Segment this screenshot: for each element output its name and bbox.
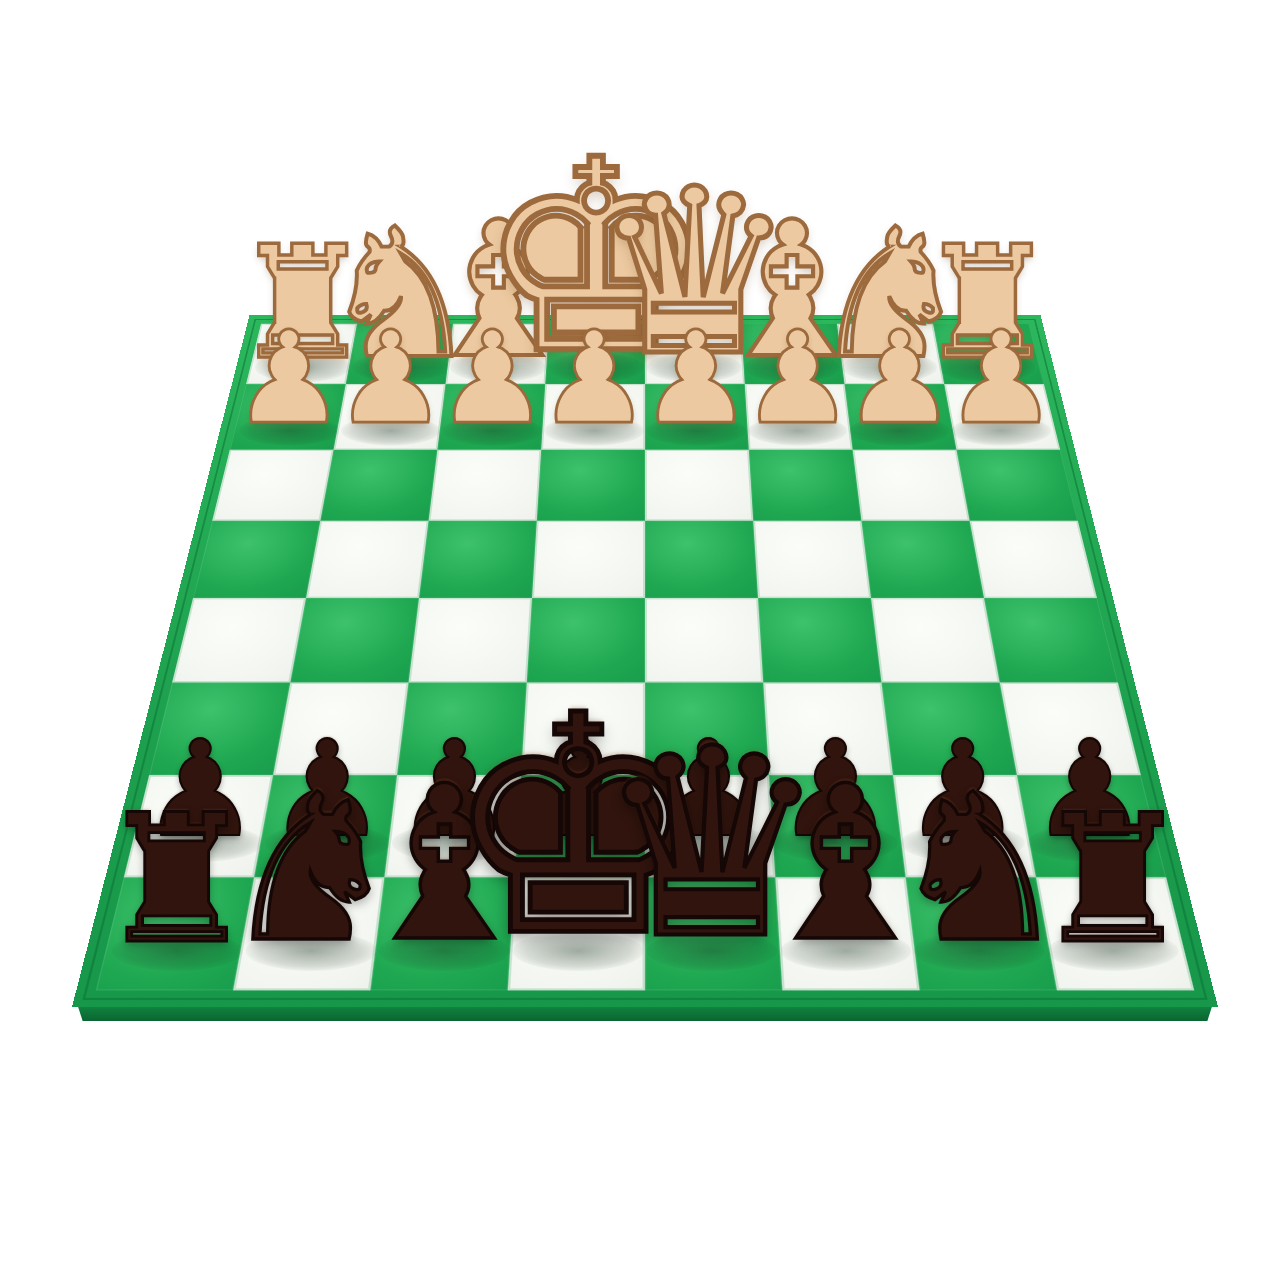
square-h5[interactable] bbox=[172, 598, 306, 682]
square-h3[interactable] bbox=[212, 450, 333, 521]
square-b5[interactable] bbox=[871, 598, 1000, 682]
square-c5[interactable] bbox=[758, 598, 881, 682]
square-a4[interactable] bbox=[970, 521, 1097, 598]
square-b3[interactable] bbox=[853, 450, 970, 521]
square-f4[interactable] bbox=[419, 521, 537, 598]
square-g5[interactable] bbox=[290, 598, 419, 682]
square-e4[interactable] bbox=[532, 521, 645, 598]
square-g3[interactable] bbox=[320, 450, 437, 521]
square-d4[interactable] bbox=[645, 521, 758, 598]
photo-scene: ♜♞♝♚♛♝♞♜♟♟♟♟♟♟♟♟♟♟♟♟♟♟♟♟♜♞♝♚♛♝♞♜ bbox=[0, 0, 1280, 1280]
piece-white-pawn-f2[interactable]: ♟ bbox=[435, 315, 549, 442]
piece-white-pawn-b2[interactable]: ♟ bbox=[842, 315, 956, 442]
piece-white-pawn-h2[interactable]: ♟ bbox=[232, 315, 346, 442]
piece-white-pawn-c2[interactable]: ♟ bbox=[740, 315, 854, 442]
square-e3[interactable] bbox=[537, 450, 645, 521]
square-h4[interactable] bbox=[193, 521, 320, 598]
square-f3[interactable] bbox=[429, 450, 542, 521]
square-d3[interactable] bbox=[645, 450, 753, 521]
square-c4[interactable] bbox=[753, 521, 871, 598]
square-c3[interactable] bbox=[749, 450, 862, 521]
square-a3[interactable] bbox=[956, 450, 1077, 521]
piece-white-pawn-a2[interactable]: ♟ bbox=[944, 315, 1058, 442]
piece-white-pawn-d2[interactable]: ♟ bbox=[639, 315, 753, 442]
piece-white-pawn-g2[interactable]: ♟ bbox=[333, 315, 447, 442]
square-g4[interactable] bbox=[306, 521, 429, 598]
square-b4[interactable] bbox=[861, 521, 984, 598]
piece-black-rook-a8[interactable]: ♜ bbox=[1033, 790, 1192, 968]
piece-white-pawn-e2[interactable]: ♟ bbox=[537, 315, 651, 442]
square-a5[interactable] bbox=[984, 598, 1118, 682]
